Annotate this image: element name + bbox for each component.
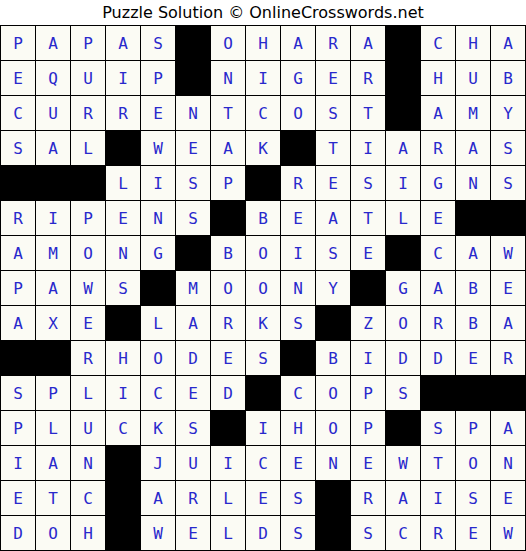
block-cell-r11c8 bbox=[246, 376, 280, 410]
letter-cell-r8c4: S bbox=[106, 271, 140, 305]
letter-cell-r3c15: Y bbox=[491, 96, 525, 130]
letter-cell-r5c5: I bbox=[141, 166, 175, 200]
letter-cell-r4c1: S bbox=[1, 131, 35, 165]
letter-cell-r1c4: A bbox=[106, 26, 140, 60]
letter-cell-r5c4: L bbox=[106, 166, 140, 200]
letter-cell-r10c13: D bbox=[421, 341, 455, 375]
letter-cell-r9c2: X bbox=[36, 306, 70, 340]
letter-cell-r15c14: E bbox=[456, 516, 490, 550]
letter-cell-r13c11: E bbox=[351, 446, 385, 480]
letter-cell-r2c7: N bbox=[211, 61, 245, 95]
letter-cell-r2c2: Q bbox=[36, 61, 70, 95]
letter-cell-r1c11: A bbox=[351, 26, 385, 60]
block-cell-r15c10 bbox=[316, 516, 350, 550]
letter-cell-r10c7: E bbox=[211, 341, 245, 375]
letter-cell-r10c11: I bbox=[351, 341, 385, 375]
letter-cell-r15c11: S bbox=[351, 516, 385, 550]
block-cell-r9c10 bbox=[316, 306, 350, 340]
letter-cell-r12c4: C bbox=[106, 411, 140, 445]
letter-cell-r14c9: S bbox=[281, 481, 315, 515]
letter-cell-r1c3: P bbox=[71, 26, 105, 60]
letter-cell-r1c14: H bbox=[456, 26, 490, 60]
letter-cell-r14c2: T bbox=[36, 481, 70, 515]
letter-cell-r11c4: I bbox=[106, 376, 140, 410]
letter-cell-r12c10: O bbox=[316, 411, 350, 445]
letter-cell-r8c14: B bbox=[456, 271, 490, 305]
letter-cell-r12c13: S bbox=[421, 411, 455, 445]
letter-cell-r11c6: E bbox=[176, 376, 210, 410]
letter-cell-r15c8: D bbox=[246, 516, 280, 550]
letter-cell-r4c13: R bbox=[421, 131, 455, 165]
letter-cell-r1c1: P bbox=[1, 26, 35, 60]
letter-cell-r14c1: E bbox=[1, 481, 35, 515]
letter-cell-r2c15: B bbox=[491, 61, 525, 95]
letter-cell-r10c15: R bbox=[491, 341, 525, 375]
letter-cell-r8c6: M bbox=[176, 271, 210, 305]
letter-cell-r12c1: P bbox=[1, 411, 35, 445]
letter-cell-r6c9: E bbox=[281, 201, 315, 235]
letter-cell-r13c14: O bbox=[456, 446, 490, 480]
letter-cell-r4c8: K bbox=[246, 131, 280, 165]
crossword-grid: PAPASOHARACHAEQUIPNIGERHUBCURRENTCOSTAMY… bbox=[0, 25, 526, 551]
letter-cell-r2c3: U bbox=[71, 61, 105, 95]
letter-cell-r7c4: N bbox=[106, 236, 140, 270]
block-cell-r3c12 bbox=[386, 96, 420, 130]
letter-cell-r8c12: G bbox=[386, 271, 420, 305]
letter-cell-r15c7: L bbox=[211, 516, 245, 550]
letter-cell-r7c7: B bbox=[211, 236, 245, 270]
letter-cell-r7c14: A bbox=[456, 236, 490, 270]
letter-cell-r5c15: S bbox=[491, 166, 525, 200]
letter-cell-r2c14: U bbox=[456, 61, 490, 95]
letter-cell-r9c14: B bbox=[456, 306, 490, 340]
block-cell-r7c6 bbox=[176, 236, 210, 270]
block-cell-r15c4 bbox=[106, 516, 140, 550]
letter-cell-r8c10: Y bbox=[316, 271, 350, 305]
letter-cell-r14c8: E bbox=[246, 481, 280, 515]
letter-cell-r9c5: L bbox=[141, 306, 175, 340]
letter-cell-r2c8: I bbox=[246, 61, 280, 95]
letter-cell-r7c15: W bbox=[491, 236, 525, 270]
letter-cell-r11c12: S bbox=[386, 376, 420, 410]
letter-cell-r8c15: E bbox=[491, 271, 525, 305]
letter-cell-r10c5: O bbox=[141, 341, 175, 375]
letter-cell-r13c1: I bbox=[1, 446, 35, 480]
letter-cell-r13c10: N bbox=[316, 446, 350, 480]
block-cell-r5c1 bbox=[1, 166, 35, 200]
letter-cell-r7c1: A bbox=[1, 236, 35, 270]
letter-cell-r9c13: R bbox=[421, 306, 455, 340]
letter-cell-r6c1: R bbox=[1, 201, 35, 235]
letter-cell-r9c12: O bbox=[386, 306, 420, 340]
letter-cell-r6c8: B bbox=[246, 201, 280, 235]
letter-cell-r13c13: T bbox=[421, 446, 455, 480]
letter-cell-r3c9: O bbox=[281, 96, 315, 130]
letter-cell-r6c6: S bbox=[176, 201, 210, 235]
block-cell-r8c11 bbox=[351, 271, 385, 305]
letter-cell-r13c12: W bbox=[386, 446, 420, 480]
letter-cell-r5c7: P bbox=[211, 166, 245, 200]
letter-cell-r11c1: S bbox=[1, 376, 35, 410]
block-cell-r1c6 bbox=[176, 26, 210, 60]
letter-cell-r11c3: L bbox=[71, 376, 105, 410]
letter-cell-r3c10: S bbox=[316, 96, 350, 130]
block-cell-r2c6 bbox=[176, 61, 210, 95]
letter-cell-r13c5: J bbox=[141, 446, 175, 480]
letter-cell-r15c2: O bbox=[36, 516, 70, 550]
letter-cell-r3c4: R bbox=[106, 96, 140, 130]
block-cell-r6c14 bbox=[456, 201, 490, 235]
letter-cell-r3c5: E bbox=[141, 96, 175, 130]
letter-cell-r2c5: P bbox=[141, 61, 175, 95]
letter-cell-r9c8: K bbox=[246, 306, 280, 340]
letter-cell-r1c9: A bbox=[281, 26, 315, 60]
letter-cell-r15c13: R bbox=[421, 516, 455, 550]
letter-cell-r12c3: U bbox=[71, 411, 105, 445]
letter-cell-r9c3: E bbox=[71, 306, 105, 340]
letter-cell-r15c3: H bbox=[71, 516, 105, 550]
letter-cell-r3c13: A bbox=[421, 96, 455, 130]
letter-cell-r3c14: M bbox=[456, 96, 490, 130]
letter-cell-r12c2: L bbox=[36, 411, 70, 445]
letter-cell-r11c11: P bbox=[351, 376, 385, 410]
letter-cell-r12c11: P bbox=[351, 411, 385, 445]
letter-cell-r8c2: A bbox=[36, 271, 70, 305]
letter-cell-r14c5: A bbox=[141, 481, 175, 515]
letter-cell-r10c6: D bbox=[176, 341, 210, 375]
letter-cell-r3c8: C bbox=[246, 96, 280, 130]
letter-cell-r9c1: A bbox=[1, 306, 35, 340]
letter-cell-r6c4: E bbox=[106, 201, 140, 235]
letter-cell-r6c11: T bbox=[351, 201, 385, 235]
letter-cell-r7c11: E bbox=[351, 236, 385, 270]
letter-cell-r13c3: N bbox=[71, 446, 105, 480]
letter-cell-r14c13: I bbox=[421, 481, 455, 515]
block-cell-r11c14 bbox=[456, 376, 490, 410]
letter-cell-r4c3: L bbox=[71, 131, 105, 165]
letter-cell-r6c2: I bbox=[36, 201, 70, 235]
letter-cell-r11c2: P bbox=[36, 376, 70, 410]
letter-cell-r4c11: I bbox=[351, 131, 385, 165]
letter-cell-r10c12: D bbox=[386, 341, 420, 375]
letter-cell-r12c9: H bbox=[281, 411, 315, 445]
letter-cell-r6c5: N bbox=[141, 201, 175, 235]
letter-cell-r13c2: A bbox=[36, 446, 70, 480]
letter-cell-r13c15: N bbox=[491, 446, 525, 480]
letter-cell-r5c6: S bbox=[176, 166, 210, 200]
block-cell-r9c4 bbox=[106, 306, 140, 340]
letter-cell-r12c5: K bbox=[141, 411, 175, 445]
letter-cell-r10c3: R bbox=[71, 341, 105, 375]
letter-cell-r14c6: R bbox=[176, 481, 210, 515]
letter-cell-r4c15: S bbox=[491, 131, 525, 165]
letter-cell-r14c14: S bbox=[456, 481, 490, 515]
letter-cell-r1c15: A bbox=[491, 26, 525, 60]
letter-cell-r4c14: A bbox=[456, 131, 490, 165]
letter-cell-r15c12: C bbox=[386, 516, 420, 550]
letter-cell-r11c5: C bbox=[141, 376, 175, 410]
letter-cell-r6c12: L bbox=[386, 201, 420, 235]
letter-cell-r11c9: C bbox=[281, 376, 315, 410]
block-cell-r5c3 bbox=[71, 166, 105, 200]
letter-cell-r10c14: E bbox=[456, 341, 490, 375]
letter-cell-r12c6: S bbox=[176, 411, 210, 445]
block-cell-r14c4 bbox=[106, 481, 140, 515]
letter-cell-r5c13: G bbox=[421, 166, 455, 200]
letter-cell-r8c7: O bbox=[211, 271, 245, 305]
letter-cell-r8c9: N bbox=[281, 271, 315, 305]
block-cell-r4c4 bbox=[106, 131, 140, 165]
letter-cell-r15c1: D bbox=[1, 516, 35, 550]
letter-cell-r9c15: A bbox=[491, 306, 525, 340]
letter-cell-r15c15: W bbox=[491, 516, 525, 550]
letter-cell-r4c10: T bbox=[316, 131, 350, 165]
letter-cell-r5c11: S bbox=[351, 166, 385, 200]
block-cell-r12c7 bbox=[211, 411, 245, 445]
letter-cell-r4c2: A bbox=[36, 131, 70, 165]
block-cell-r10c1 bbox=[1, 341, 35, 375]
letter-cell-r8c3: W bbox=[71, 271, 105, 305]
letter-cell-r7c2: M bbox=[36, 236, 70, 270]
letter-cell-r9c9: S bbox=[281, 306, 315, 340]
letter-cell-r9c7: R bbox=[211, 306, 245, 340]
letter-cell-r8c1: P bbox=[1, 271, 35, 305]
letter-cell-r7c8: O bbox=[246, 236, 280, 270]
letter-cell-r3c2: U bbox=[36, 96, 70, 130]
puzzle-solution-page: Puzzle Solution © OnlineCrosswords.net P… bbox=[0, 0, 526, 551]
letter-cell-r12c14: P bbox=[456, 411, 490, 445]
letter-cell-r8c8: O bbox=[246, 271, 280, 305]
letter-cell-r8c13: A bbox=[421, 271, 455, 305]
letter-cell-r14c12: A bbox=[386, 481, 420, 515]
block-cell-r6c15 bbox=[491, 201, 525, 235]
letter-cell-r1c7: O bbox=[211, 26, 245, 60]
block-cell-r5c2 bbox=[36, 166, 70, 200]
letter-cell-r7c9: I bbox=[281, 236, 315, 270]
block-cell-r14c10 bbox=[316, 481, 350, 515]
block-cell-r10c9 bbox=[281, 341, 315, 375]
block-cell-r1c12 bbox=[386, 26, 420, 60]
letter-cell-r1c5: S bbox=[141, 26, 175, 60]
block-cell-r2c12 bbox=[386, 61, 420, 95]
letter-cell-r5c14: N bbox=[456, 166, 490, 200]
letter-cell-r3c1: C bbox=[1, 96, 35, 130]
letter-cell-r4c5: W bbox=[141, 131, 175, 165]
letter-cell-r2c13: H bbox=[421, 61, 455, 95]
block-cell-r6c7 bbox=[211, 201, 245, 235]
letter-cell-r15c6: E bbox=[176, 516, 210, 550]
letter-cell-r14c15: E bbox=[491, 481, 525, 515]
letter-cell-r2c4: I bbox=[106, 61, 140, 95]
letter-cell-r15c5: W bbox=[141, 516, 175, 550]
letter-cell-r10c10: B bbox=[316, 341, 350, 375]
letter-cell-r3c6: N bbox=[176, 96, 210, 130]
letter-cell-r14c3: C bbox=[71, 481, 105, 515]
letter-cell-r4c6: E bbox=[176, 131, 210, 165]
letter-cell-r5c10: E bbox=[316, 166, 350, 200]
block-cell-r8c5 bbox=[141, 271, 175, 305]
letter-cell-r6c13: E bbox=[421, 201, 455, 235]
letter-cell-r1c8: H bbox=[246, 26, 280, 60]
letter-cell-r1c13: C bbox=[421, 26, 455, 60]
letter-cell-r11c10: O bbox=[316, 376, 350, 410]
letter-cell-r6c10: A bbox=[316, 201, 350, 235]
letter-cell-r4c7: A bbox=[211, 131, 245, 165]
block-cell-r11c15 bbox=[491, 376, 525, 410]
block-cell-r4c9 bbox=[281, 131, 315, 165]
letter-cell-r5c12: I bbox=[386, 166, 420, 200]
letter-cell-r7c5: G bbox=[141, 236, 175, 270]
letter-cell-r3c11: T bbox=[351, 96, 385, 130]
letter-cell-r2c9: G bbox=[281, 61, 315, 95]
page-title: Puzzle Solution © OnlineCrosswords.net bbox=[0, 0, 526, 25]
letter-cell-r13c7: I bbox=[211, 446, 245, 480]
letter-cell-r9c11: Z bbox=[351, 306, 385, 340]
letter-cell-r3c7: T bbox=[211, 96, 245, 130]
letter-cell-r6c3: P bbox=[71, 201, 105, 235]
letter-cell-r2c10: E bbox=[316, 61, 350, 95]
letter-cell-r7c10: S bbox=[316, 236, 350, 270]
letter-cell-r7c13: C bbox=[421, 236, 455, 270]
letter-cell-r11c7: D bbox=[211, 376, 245, 410]
block-cell-r13c4 bbox=[106, 446, 140, 480]
block-cell-r11c13 bbox=[421, 376, 455, 410]
letter-cell-r13c9: E bbox=[281, 446, 315, 480]
letter-cell-r7c3: O bbox=[71, 236, 105, 270]
letter-cell-r13c8: C bbox=[246, 446, 280, 480]
letter-cell-r2c1: E bbox=[1, 61, 35, 95]
letter-cell-r5c9: R bbox=[281, 166, 315, 200]
letter-cell-r14c11: R bbox=[351, 481, 385, 515]
letter-cell-r1c10: R bbox=[316, 26, 350, 60]
letter-cell-r12c15: A bbox=[491, 411, 525, 445]
letter-cell-r4c12: A bbox=[386, 131, 420, 165]
letter-cell-r14c7: L bbox=[211, 481, 245, 515]
letter-cell-r13c6: U bbox=[176, 446, 210, 480]
letter-cell-r10c8: S bbox=[246, 341, 280, 375]
block-cell-r12c12 bbox=[386, 411, 420, 445]
block-cell-r5c8 bbox=[246, 166, 280, 200]
letter-cell-r3c3: R bbox=[71, 96, 105, 130]
block-cell-r10c2 bbox=[36, 341, 70, 375]
letter-cell-r15c9: S bbox=[281, 516, 315, 550]
letter-cell-r9c6: A bbox=[176, 306, 210, 340]
letter-cell-r10c4: H bbox=[106, 341, 140, 375]
letter-cell-r1c2: A bbox=[36, 26, 70, 60]
letter-cell-r12c8: I bbox=[246, 411, 280, 445]
block-cell-r7c12 bbox=[386, 236, 420, 270]
letter-cell-r2c11: R bbox=[351, 61, 385, 95]
